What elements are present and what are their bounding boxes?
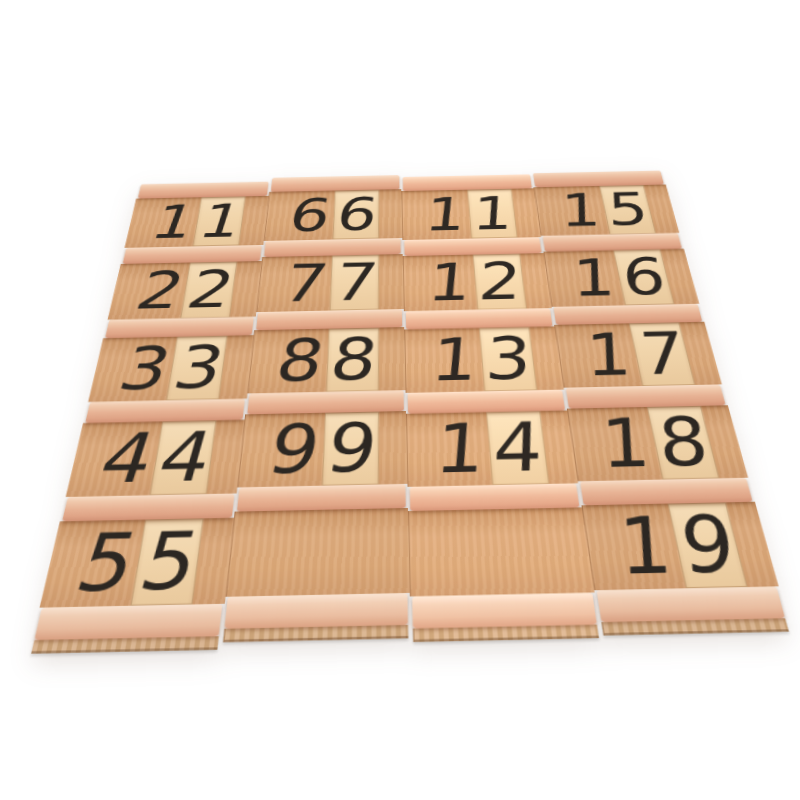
wooden-rail: [410, 483, 580, 511]
wooden-rail: [553, 304, 702, 325]
board-slot: 88: [247, 327, 405, 393]
board-slot: [408, 507, 595, 596]
board-slot: 55: [40, 518, 234, 608]
board-slot: 19: [581, 502, 778, 590]
board-slot: [225, 508, 409, 597]
bottom-rail: [412, 593, 597, 629]
wooden-rail: [408, 390, 565, 414]
printed-digit: 4: [91, 424, 161, 493]
number-pair: 11: [424, 189, 517, 240]
tile-digit: 7: [329, 256, 379, 308]
printed-digit: 1: [425, 257, 471, 309]
number-tile[interactable]: 5: [599, 185, 656, 234]
printed-digit: 8: [271, 331, 327, 390]
printed-digit: 1: [600, 410, 650, 478]
tile-digit: 1: [193, 198, 246, 244]
tile-digit: 7: [637, 324, 686, 383]
wooden-rail: [237, 484, 406, 512]
wooden-rail: [264, 238, 401, 257]
number-tile[interactable]: 1: [193, 196, 246, 246]
wooden-rail: [123, 245, 262, 264]
bottom-rail: [597, 586, 786, 622]
board-slot: 44: [66, 420, 245, 497]
bottom-rail: [224, 593, 408, 629]
number-pair: 16: [568, 249, 675, 306]
wooden-rail: [138, 181, 269, 198]
number-pair: 99: [267, 412, 379, 487]
tile-digit: 6: [621, 251, 666, 303]
tile-digit: 9: [321, 414, 379, 482]
printed-digit: 3: [111, 339, 175, 399]
wooden-rail: [543, 233, 682, 252]
number-tile[interactable]: 6: [333, 190, 379, 240]
number-tile[interactable]: 2: [181, 261, 238, 318]
printed-digit: 7: [278, 257, 330, 309]
board-slot: 11: [401, 188, 541, 240]
tile-digit: 4: [492, 414, 541, 483]
board-slot: 11: [125, 196, 269, 248]
number-pair: 11: [148, 196, 246, 247]
printed-digit: 1: [145, 199, 200, 245]
number-tile[interactable]: 7: [629, 322, 696, 386]
number-pair: 13: [430, 327, 537, 392]
board-slot: 66: [264, 189, 402, 241]
printed-digit: 1: [585, 326, 631, 385]
printed-digit: 1: [561, 188, 600, 234]
board-slot: 77: [256, 254, 404, 312]
number-pair: 17: [580, 322, 695, 387]
number-tile[interactable]: 1: [467, 189, 518, 239]
wooden-rail: [247, 390, 404, 414]
tile-digit: 8: [656, 408, 709, 476]
number-tile[interactable]: 4: [150, 420, 217, 495]
printed-digit: 1: [429, 330, 478, 389]
number-pair: 33: [115, 335, 228, 401]
printed-digit: 1: [617, 507, 672, 587]
board-slot: 13: [404, 326, 564, 392]
number-tile[interactable]: 4: [486, 411, 549, 485]
printed-digit: 6: [284, 193, 333, 239]
number-pair: 19: [612, 502, 748, 589]
wooden-rail: [406, 308, 553, 329]
number-tile[interactable]: 9: [667, 502, 747, 588]
board-slot: 33: [88, 335, 254, 402]
printed-digit: 5: [67, 523, 144, 604]
number-tile[interactable]: 9: [322, 412, 379, 486]
tile-digit: 3: [484, 329, 530, 388]
wooden-rail: [566, 384, 726, 408]
tile-digit: 9: [678, 505, 737, 584]
number-tile[interactable]: 6: [613, 249, 674, 305]
board-slot: 12: [403, 253, 552, 311]
number-pair: 77: [282, 254, 379, 311]
tile-digit: 5: [131, 522, 204, 603]
tile-digit: 5: [607, 187, 648, 233]
printed-digit: 1: [432, 415, 484, 484]
printed-digit: 9: [262, 415, 323, 483]
tile-digit: 1: [471, 191, 512, 237]
board-perspective-wrapper: 112233445566778899111213141516171819: [89, 86, 720, 647]
number-tile[interactable]: 3: [166, 335, 228, 400]
printed-digit: 2: [129, 264, 188, 317]
tile-digit: 8: [326, 330, 380, 389]
number-tile[interactable]: 2: [473, 253, 527, 309]
board-slot: 17: [554, 322, 722, 388]
wooden-rail: [105, 317, 254, 338]
wooden-rail: [580, 478, 753, 506]
number-pair: 44: [95, 420, 217, 496]
wooden-rail: [533, 170, 664, 187]
board-slot: 99: [237, 411, 407, 487]
board-slot: 15: [534, 184, 680, 235]
number-tile[interactable]: 5: [131, 518, 204, 605]
product-photo-scene: 112233445566778899111213141516171819: [0, 0, 800, 800]
bottom-rail: [34, 604, 222, 640]
wooden-rail: [404, 237, 541, 256]
number-pair: 14: [434, 411, 549, 486]
printed-digit: 1: [572, 252, 614, 304]
number-pair: 66: [288, 190, 379, 241]
tile-digit: 6: [332, 192, 379, 238]
board-slot: 14: [406, 410, 578, 486]
wooden-rail: [85, 399, 245, 423]
number-pair: 12: [427, 253, 527, 310]
number-tile[interactable]: 3: [479, 327, 538, 391]
wooden-rail: [403, 174, 532, 191]
wooden-rail: [271, 175, 400, 192]
board-slot: 16: [543, 249, 699, 307]
number-tile[interactable]: 8: [647, 406, 720, 480]
tile-digit: 2: [181, 263, 238, 316]
tile-digit: 3: [166, 338, 227, 398]
board-slot: 18: [567, 405, 748, 481]
printed-digit: 1: [423, 192, 466, 238]
seguin-board: 112233445566778899111213141516171819: [30, 171, 793, 650]
number-pair: 22: [133, 261, 238, 319]
tile-digit: 4: [150, 423, 217, 492]
number-pair: 18: [595, 406, 719, 481]
number-tile[interactable]: 8: [326, 328, 379, 392]
number-pair: 55: [71, 518, 204, 607]
board-slot: 22: [108, 261, 262, 320]
tile-digit: 2: [477, 255, 521, 307]
wooden-rail: [62, 493, 234, 521]
number-tile[interactable]: 7: [329, 254, 379, 310]
number-pair: 88: [275, 328, 379, 393]
wooden-rail: [256, 309, 402, 330]
number-pair: 15: [557, 185, 656, 235]
